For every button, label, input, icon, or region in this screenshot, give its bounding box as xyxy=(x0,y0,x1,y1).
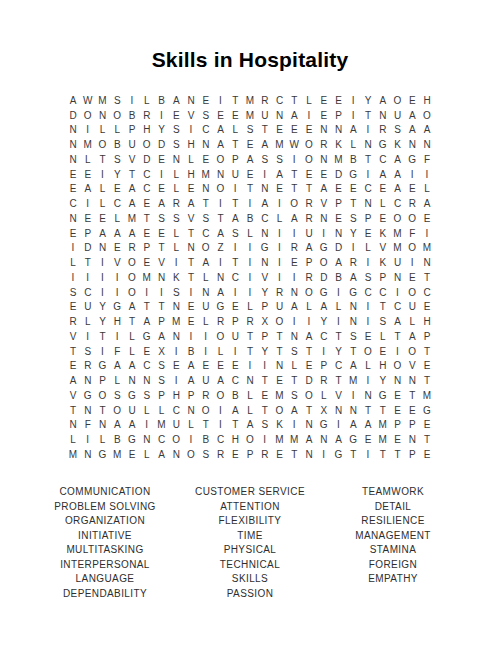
grid-cell: E xyxy=(331,93,346,108)
grid-cell: L xyxy=(346,137,361,152)
grid-cell: E xyxy=(287,123,302,138)
grid-cell: T xyxy=(302,403,317,418)
grid-cell: U xyxy=(405,300,420,315)
word-list-item: CUSTOMER SERVICE xyxy=(170,485,330,500)
grid-cell: O xyxy=(198,403,213,418)
grid-cell: E xyxy=(405,182,420,197)
grid-cell: N xyxy=(243,373,258,388)
grid-cell: K xyxy=(375,255,390,270)
grid-cell: S xyxy=(154,373,169,388)
grid-cell: O xyxy=(110,403,125,418)
grid-cell: A xyxy=(213,373,228,388)
grid-cell: M xyxy=(154,418,169,433)
grid-cell: I xyxy=(154,167,169,182)
grid-cell: T xyxy=(139,300,154,315)
grid-cell: A xyxy=(228,211,243,226)
grid-cell: N xyxy=(80,403,95,418)
grid-cell: I xyxy=(243,270,258,285)
grid-cell: A xyxy=(66,93,81,108)
grid-cell: A xyxy=(125,418,140,433)
grid-cell: L xyxy=(110,211,125,226)
word-search-page: Skills in Hospitality AWMSILBANEITMRCTLE… xyxy=(0,0,500,647)
grid-cell: U xyxy=(125,137,140,152)
grid-cell: M xyxy=(110,447,125,462)
grid-cell: O xyxy=(213,388,228,403)
grid-cell: R xyxy=(66,314,81,329)
grid-cell: C xyxy=(139,359,154,374)
grid-cell: N xyxy=(316,152,331,167)
grid-cell: N xyxy=(361,388,376,403)
grid-cell: A xyxy=(272,167,287,182)
grid-cell: O xyxy=(80,108,95,123)
grid-cell: L xyxy=(213,344,228,359)
grid-cell: L xyxy=(228,123,243,138)
grid-cell: E xyxy=(257,388,272,403)
grid-cell: E xyxy=(272,123,287,138)
grid-cell: E xyxy=(66,226,81,241)
grid-cell: E xyxy=(228,300,243,315)
grid-cell: T xyxy=(361,152,376,167)
grid-cell: N xyxy=(420,255,435,270)
grid-cell: I xyxy=(390,344,405,359)
grid-cell: N xyxy=(125,373,140,388)
grid-cell: L xyxy=(331,300,346,315)
grid-cell: O xyxy=(272,314,287,329)
grid-cell: N xyxy=(154,270,169,285)
grid-cell: T xyxy=(154,241,169,256)
grid-cell: B xyxy=(331,270,346,285)
grid-cell: I xyxy=(243,196,258,211)
grid-cell: Y xyxy=(257,344,272,359)
grid-cell: T xyxy=(361,403,376,418)
grid-cell: I xyxy=(95,255,110,270)
grid-cell: P xyxy=(331,196,346,211)
grid-cell: N xyxy=(316,432,331,447)
page-title: Skills in Hospitality xyxy=(0,49,500,71)
grid-cell: I xyxy=(272,196,287,211)
grid-cell: A xyxy=(346,270,361,285)
grid-cell: E xyxy=(302,167,317,182)
word-list-item: ORGANIZATION xyxy=(25,514,185,529)
grid-cell: T xyxy=(375,300,390,315)
grid-cell: O xyxy=(213,152,228,167)
grid-cell: X xyxy=(154,344,169,359)
grid-cell: M xyxy=(95,93,110,108)
grid-cell: P xyxy=(125,123,140,138)
grid-cell: O xyxy=(302,137,317,152)
grid-cell: U xyxy=(125,403,140,418)
grid-cell: G xyxy=(80,388,95,403)
grid-cell: A xyxy=(257,196,272,211)
grid-cell: S xyxy=(169,211,184,226)
grid-cell: N xyxy=(390,270,405,285)
grid-cell: T xyxy=(198,196,213,211)
grid-cell: P xyxy=(184,388,199,403)
grid-cell: T xyxy=(375,447,390,462)
grid-cell: G xyxy=(346,432,361,447)
grid-cell: L xyxy=(80,314,95,329)
grid-cell: L xyxy=(110,373,125,388)
grid-cell: L xyxy=(80,152,95,167)
grid-cell: I xyxy=(243,285,258,300)
grid-cell: R xyxy=(213,314,228,329)
grid-cell: H xyxy=(228,432,243,447)
grid-cell: N xyxy=(331,226,346,241)
grid-cell: T xyxy=(346,344,361,359)
grid-cell: A xyxy=(110,418,125,433)
grid-cell: N xyxy=(213,167,228,182)
grid-cell: E xyxy=(420,418,435,433)
grid-cell: A xyxy=(243,152,258,167)
grid-cell: I xyxy=(331,418,346,433)
grid-cell: L xyxy=(95,182,110,197)
grid-cell: T xyxy=(302,344,317,359)
grid-cell: E xyxy=(361,432,376,447)
word-list-item: MULTITASKING xyxy=(25,543,185,558)
grid-cell: E xyxy=(243,167,258,182)
word-list-item: DEPENDABILITY xyxy=(25,587,185,602)
grid-cell: O xyxy=(125,270,140,285)
grid-cell: M xyxy=(272,432,287,447)
grid-cell: N xyxy=(169,152,184,167)
grid-cell: L xyxy=(125,344,140,359)
grid-cell: E xyxy=(272,447,287,462)
grid-cell: L xyxy=(169,241,184,256)
grid-cell: T xyxy=(154,300,169,315)
grid-cell: R xyxy=(302,196,317,211)
grid-cell: I xyxy=(66,241,81,256)
grid-cell: O xyxy=(139,137,154,152)
word-list-item: PASSION xyxy=(170,587,330,602)
grid-cell: C xyxy=(110,196,125,211)
grid-cell: E xyxy=(198,93,213,108)
grid-cell: A xyxy=(95,226,110,241)
grid-cell: C xyxy=(80,285,95,300)
grid-cell: E xyxy=(375,182,390,197)
word-list: COMMUNICATIONPROBLEM SOLVINGORGANIZATION… xyxy=(0,485,500,605)
grid-cell: Y xyxy=(95,300,110,315)
grid-cell: E xyxy=(95,211,110,226)
grid-cell: N xyxy=(287,329,302,344)
grid-cell: M xyxy=(125,211,140,226)
grid-cell: T xyxy=(80,255,95,270)
grid-cell: R xyxy=(243,314,258,329)
grid-cell: O xyxy=(361,344,376,359)
grid-cell: T xyxy=(257,123,272,138)
grid-cell: L xyxy=(169,182,184,197)
grid-cell: E xyxy=(331,182,346,197)
grid-cell: T xyxy=(228,255,243,270)
grid-cell: G xyxy=(110,300,125,315)
grid-cell: E xyxy=(302,123,317,138)
grid-cell: E xyxy=(420,447,435,462)
grid-cell: N xyxy=(405,137,420,152)
grid-cell: M xyxy=(169,314,184,329)
grid-cell: S xyxy=(228,226,243,241)
grid-cell: A xyxy=(243,418,258,433)
grid-cell: D xyxy=(154,137,169,152)
grid-cell: S xyxy=(198,108,213,123)
grid-cell: I xyxy=(184,285,199,300)
grid-cell: E xyxy=(228,447,243,462)
grid-cell: A xyxy=(405,329,420,344)
grid-cell: I xyxy=(80,329,95,344)
grid-cell: U xyxy=(257,108,272,123)
grid-cell: U xyxy=(198,300,213,315)
grid-cell: I xyxy=(361,255,376,270)
grid-cell: I xyxy=(257,167,272,182)
grid-cell: C xyxy=(139,182,154,197)
grid-cell: V xyxy=(125,152,140,167)
grid-cell: N xyxy=(184,93,199,108)
grid-cell: S xyxy=(169,285,184,300)
grid-cell: I xyxy=(95,285,110,300)
grid-cell: E xyxy=(198,359,213,374)
grid-cell: A xyxy=(287,108,302,123)
grid-cell: H xyxy=(420,93,435,108)
grid-cell: S xyxy=(66,285,81,300)
grid-cell: L xyxy=(169,226,184,241)
grid-cell: O xyxy=(390,359,405,374)
grid-cell: S xyxy=(390,123,405,138)
grid-cell: P xyxy=(375,270,390,285)
grid-cell: N xyxy=(184,403,199,418)
grid-cell: O xyxy=(213,182,228,197)
grid-cell: I xyxy=(139,285,154,300)
grid-cell: O xyxy=(390,93,405,108)
word-list-item: TIME xyxy=(170,529,330,544)
grid-cell: E xyxy=(375,211,390,226)
grid-cell: T xyxy=(420,344,435,359)
grid-cell: V xyxy=(316,196,331,211)
word-list-item: FOREIGN xyxy=(313,558,473,573)
grid-cell: N xyxy=(169,329,184,344)
grid-cell: S xyxy=(346,211,361,226)
grid-cell: I xyxy=(213,403,228,418)
grid-cell: G xyxy=(95,359,110,374)
grid-cell: E xyxy=(390,403,405,418)
grid-cell: F xyxy=(80,418,95,433)
grid-cell: A xyxy=(287,300,302,315)
grid-cell: Y xyxy=(375,373,390,388)
grid-cell: A xyxy=(110,226,125,241)
grid-cell: I xyxy=(80,196,95,211)
grid-cell: L xyxy=(139,93,154,108)
word-list-item: EMPATHY xyxy=(313,572,473,587)
grid-cell: E xyxy=(302,359,317,374)
grid-cell: I xyxy=(287,270,302,285)
grid-cell: N xyxy=(169,447,184,462)
grid-cell: P xyxy=(316,359,331,374)
word-list-item: LANGUAGE xyxy=(25,572,185,587)
grid-cell: S xyxy=(110,93,125,108)
word-list-column: COMMUNICATIONPROBLEM SOLVINGORGANIZATION… xyxy=(25,485,185,601)
grid-cell: H xyxy=(184,167,199,182)
word-list-item: COMMUNICATION xyxy=(25,485,185,500)
grid-cell: N xyxy=(80,373,95,388)
grid-cell: P xyxy=(302,255,317,270)
grid-cell: E xyxy=(169,108,184,123)
grid-cell: L xyxy=(125,329,140,344)
grid-cell: A xyxy=(80,182,95,197)
grid-cell: E xyxy=(80,211,95,226)
grid-cell: I xyxy=(228,241,243,256)
grid-cell: I xyxy=(243,241,258,256)
grid-cell: S xyxy=(169,137,184,152)
grid-cell: A xyxy=(390,152,405,167)
grid-cell: M xyxy=(390,241,405,256)
grid-cell: L xyxy=(95,196,110,211)
grid-cell: A xyxy=(125,300,140,315)
grid-cell: E xyxy=(405,270,420,285)
grid-cell: E xyxy=(272,182,287,197)
grid-cell: G xyxy=(316,418,331,433)
grid-cell: E xyxy=(228,359,243,374)
grid-cell: E xyxy=(66,167,81,182)
grid-cell: T xyxy=(243,182,258,197)
grid-cell: O xyxy=(405,241,420,256)
grid-cell: E xyxy=(139,344,154,359)
grid-cell: I xyxy=(346,388,361,403)
grid-cell: A xyxy=(110,359,125,374)
grid-cell: E xyxy=(169,359,184,374)
grid-cell: I xyxy=(361,167,376,182)
grid-cell: R xyxy=(316,137,331,152)
grid-cell: I xyxy=(302,108,317,123)
grid-cell: N xyxy=(80,447,95,462)
grid-cell: E xyxy=(316,93,331,108)
grid-cell: N xyxy=(272,359,287,374)
word-list-item: STAMINA xyxy=(313,543,473,558)
grid-cell: L xyxy=(198,314,213,329)
grid-cell: U xyxy=(228,329,243,344)
grid-cell: D xyxy=(331,241,346,256)
grid-cell: I xyxy=(302,314,317,329)
grid-cell: O xyxy=(302,388,317,403)
grid-cell: O xyxy=(169,432,184,447)
grid-cell: S xyxy=(375,314,390,329)
grid-cell: E xyxy=(110,182,125,197)
grid-cell: M xyxy=(390,226,405,241)
grid-cell: H xyxy=(184,137,199,152)
grid-cell: B xyxy=(228,388,243,403)
grid-cell: M xyxy=(272,137,287,152)
grid-cell: C xyxy=(154,432,169,447)
grid-cell: P xyxy=(154,388,169,403)
grid-cell: N xyxy=(287,285,302,300)
grid-cell: I xyxy=(228,344,243,359)
grid-cell: U xyxy=(272,300,287,315)
grid-cell: L xyxy=(302,300,317,315)
grid-cell: O xyxy=(405,344,420,359)
grid-cell: A xyxy=(125,182,140,197)
grid-cell: R xyxy=(213,447,228,462)
grid-cell: E xyxy=(420,359,435,374)
grid-cell: E xyxy=(154,182,169,197)
grid-cell: I xyxy=(390,285,405,300)
grid-cell: I xyxy=(243,359,258,374)
grid-cell: C xyxy=(390,300,405,315)
grid-cell: O xyxy=(125,285,140,300)
grid-cell: A xyxy=(405,123,420,138)
grid-cell: I xyxy=(287,152,302,167)
grid-cell: I xyxy=(361,314,376,329)
grid-cell: I xyxy=(213,418,228,433)
grid-cell: M xyxy=(287,432,302,447)
grid-cell: Y xyxy=(110,167,125,182)
grid-cell: S xyxy=(287,344,302,359)
grid-cell: B xyxy=(198,432,213,447)
grid-cell: G xyxy=(375,388,390,403)
grid-cell: R xyxy=(139,108,154,123)
grid-cell: I xyxy=(405,255,420,270)
grid-cell: K xyxy=(331,137,346,152)
grid-cell: V xyxy=(184,108,199,123)
grid-cell: I xyxy=(331,285,346,300)
grid-cell: T xyxy=(125,167,140,182)
grid-cell: B xyxy=(125,108,140,123)
grid-cell: V xyxy=(66,329,81,344)
grid-cell: L xyxy=(405,314,420,329)
grid-cell: N xyxy=(257,226,272,241)
grid-cell: E xyxy=(287,255,302,270)
grid-cell: R xyxy=(198,388,213,403)
grid-cell: H xyxy=(375,359,390,374)
grid-cell: O xyxy=(198,241,213,256)
grid-cell: P xyxy=(257,329,272,344)
grid-cell: G xyxy=(420,403,435,418)
grid-cell: K xyxy=(375,226,390,241)
grid-cell: N xyxy=(331,403,346,418)
grid-cell: I xyxy=(316,447,331,462)
grid-cell: N xyxy=(346,403,361,418)
grid-cell: P xyxy=(139,241,154,256)
grid-cell: O xyxy=(110,108,125,123)
grid-cell: L xyxy=(66,432,81,447)
grid-cell: U xyxy=(302,226,317,241)
grid-cell: T xyxy=(228,196,243,211)
grid-cell: L xyxy=(139,447,154,462)
grid-cell: Y xyxy=(316,314,331,329)
grid-cell: A xyxy=(375,167,390,182)
grid-cell: G xyxy=(213,300,228,315)
grid-cell: P xyxy=(154,314,169,329)
grid-cell: N xyxy=(95,108,110,123)
grid-cell: M xyxy=(375,432,390,447)
grid-cell: T xyxy=(95,403,110,418)
grid-cell: S xyxy=(154,359,169,374)
grid-cell: L xyxy=(139,403,154,418)
grid-cell: R xyxy=(257,93,272,108)
grid-cell: T xyxy=(361,108,376,123)
grid-cell: G xyxy=(405,152,420,167)
grid-cell: E xyxy=(390,432,405,447)
grid-cell: B xyxy=(154,93,169,108)
grid-cell: P xyxy=(257,300,272,315)
grid-cell: E xyxy=(228,108,243,123)
grid-cell: A xyxy=(154,447,169,462)
grid-cell: G xyxy=(316,285,331,300)
grid-cell: Y xyxy=(95,314,110,329)
grid-cell: T xyxy=(272,344,287,359)
grid-cell: O xyxy=(213,329,228,344)
grid-cell: T xyxy=(287,182,302,197)
grid-cell: Y xyxy=(331,344,346,359)
grid-cell: L xyxy=(243,226,258,241)
grid-cell: T xyxy=(346,447,361,462)
grid-cell: E xyxy=(80,167,95,182)
grid-cell: E xyxy=(184,300,199,315)
